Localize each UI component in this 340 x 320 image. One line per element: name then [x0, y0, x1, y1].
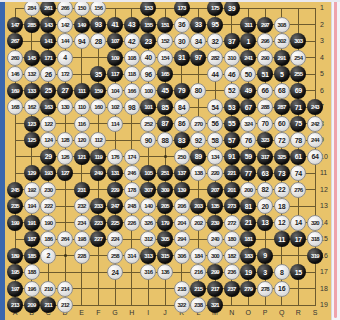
- black-stone-27: 27: [57, 83, 73, 99]
- scrollbar-thumb[interactable]: [334, 0, 337, 318]
- kifu-viewer-window: 12345678910111213141516171819ABCDEFGHIJK…: [0, 0, 340, 320]
- black-stone-225: 225: [107, 215, 123, 231]
- white-stone-126: 126: [57, 149, 73, 165]
- black-stone-31: 31: [174, 50, 190, 66]
- white-stone-22: 22: [274, 182, 290, 198]
- white-stone-232: 232: [74, 198, 90, 214]
- white-stone-104: 104: [107, 83, 123, 99]
- white-stone-322: 322: [174, 297, 190, 313]
- white-stone-42: 42: [124, 33, 140, 49]
- black-stone-125: 125: [24, 132, 40, 148]
- black-stone-11: 11: [274, 231, 290, 247]
- black-stone-101: 101: [140, 99, 156, 115]
- white-stone-134: 134: [207, 149, 223, 165]
- white-stone-88: 88: [157, 132, 173, 148]
- white-stone-34: 34: [190, 33, 206, 49]
- white-stone-218: 218: [174, 281, 190, 297]
- white-stone-176: 176: [107, 149, 123, 165]
- white-stone-290: 290: [257, 50, 273, 66]
- black-stone-137: 137: [174, 165, 190, 181]
- white-stone-258: 258: [107, 248, 123, 264]
- black-stone-147: 147: [7, 17, 23, 33]
- white-stone-54: 54: [207, 99, 223, 115]
- black-stone-57: 57: [224, 132, 240, 148]
- white-stone-246: 246: [124, 165, 140, 181]
- black-stone-45: 45: [157, 83, 173, 99]
- black-stone-141: 141: [40, 33, 56, 49]
- white-stone-112: 112: [90, 132, 106, 148]
- white-stone-154: 154: [157, 50, 173, 66]
- white-stone-18: 18: [274, 198, 290, 214]
- black-stone-13: 13: [257, 215, 273, 231]
- black-stone-297: 297: [257, 17, 273, 33]
- white-stone-178: 178: [124, 182, 140, 198]
- black-stone-83: 83: [174, 132, 190, 148]
- black-stone-3: 3: [257, 264, 273, 280]
- white-stone-194: 194: [24, 198, 40, 214]
- white-stone-168: 168: [7, 99, 23, 115]
- black-stone-39: 39: [224, 0, 240, 16]
- white-stone-64: 64: [307, 149, 323, 165]
- white-stone-300: 300: [207, 248, 223, 264]
- black-stone-261: 261: [40, 0, 56, 16]
- black-stone-33: 33: [190, 17, 206, 33]
- white-stone-240: 240: [207, 231, 223, 247]
- white-stone-4: 4: [57, 50, 73, 66]
- black-stone-119: 119: [90, 149, 106, 165]
- white-stone-162: 162: [24, 99, 40, 115]
- black-stone-183: 183: [240, 248, 256, 264]
- black-stone-307: 307: [140, 182, 156, 198]
- white-stone-226: 226: [124, 215, 140, 231]
- white-stone-244: 244: [307, 132, 323, 148]
- black-stone-205: 205: [157, 198, 173, 214]
- black-stone-69: 69: [290, 83, 306, 99]
- white-stone-94: 94: [74, 33, 90, 49]
- star-point: [64, 254, 67, 257]
- white-stone-124: 124: [40, 132, 56, 148]
- black-stone-121: 121: [74, 149, 90, 165]
- white-stone-30: 30: [174, 33, 190, 49]
- black-stone-15: 15: [290, 264, 306, 280]
- white-stone-180: 180: [224, 231, 240, 247]
- black-stone-153: 153: [140, 0, 156, 16]
- black-stone-77: 77: [240, 165, 256, 181]
- white-stone-152: 152: [157, 33, 173, 49]
- white-stone-314: 314: [124, 248, 140, 264]
- white-stone-318: 318: [307, 231, 323, 247]
- black-stone-133: 133: [24, 83, 40, 99]
- black-stone-247: 247: [107, 198, 123, 214]
- black-stone-17: 17: [290, 231, 306, 247]
- black-stone-299: 299: [207, 264, 223, 280]
- white-stone-250: 250: [174, 149, 190, 165]
- black-stone-193: 193: [40, 165, 56, 181]
- black-stone-117: 117: [107, 66, 123, 82]
- white-stone-190: 190: [40, 215, 56, 231]
- black-stone-323: 323: [257, 132, 273, 148]
- white-stone-184: 184: [190, 248, 206, 264]
- black-stone-63: 63: [257, 165, 273, 181]
- black-stone-165: 165: [157, 66, 173, 82]
- white-stone-270: 270: [190, 116, 206, 132]
- black-stone-105: 105: [140, 165, 156, 181]
- white-stone-12: 12: [274, 215, 290, 231]
- black-stone-107: 107: [107, 33, 123, 49]
- white-stone-132: 132: [24, 66, 40, 82]
- white-stone-110: 110: [74, 99, 90, 115]
- white-stone-288: 288: [257, 99, 273, 115]
- black-stone-245: 245: [7, 182, 23, 198]
- star-point: [164, 155, 167, 158]
- white-stone-144: 144: [57, 33, 73, 49]
- white-stone-86: 86: [174, 116, 190, 132]
- white-stone-230: 230: [40, 182, 56, 198]
- white-stone-50: 50: [240, 66, 256, 82]
- vertical-scrollbar[interactable]: [331, 0, 340, 320]
- white-stone-284: 284: [24, 0, 40, 16]
- go-board[interactable]: 12345678910111213141516171819ABCDEFGHIJK…: [0, 0, 332, 320]
- column-label: S: [309, 309, 321, 316]
- black-stone-91: 91: [224, 149, 240, 165]
- black-stone-71: 71: [290, 99, 306, 115]
- black-stone-195: 195: [7, 264, 23, 280]
- white-stone-140: 140: [140, 198, 156, 214]
- white-stone-302: 302: [274, 33, 290, 49]
- black-stone-59: 59: [240, 149, 256, 165]
- white-stone-60: 60: [274, 116, 290, 132]
- white-stone-72: 72: [274, 132, 290, 148]
- black-stone-79: 79: [174, 83, 190, 99]
- white-stone-44: 44: [207, 66, 223, 82]
- white-stone-92: 92: [190, 132, 206, 148]
- black-stone-279: 279: [240, 281, 256, 297]
- white-stone-204: 204: [174, 215, 190, 231]
- black-stone-185: 185: [24, 248, 40, 264]
- white-stone-182: 182: [224, 248, 240, 264]
- white-stone-326: 326: [140, 215, 156, 231]
- white-stone-102: 102: [107, 99, 123, 115]
- column-label: I: [142, 309, 154, 316]
- white-stone-114: 114: [107, 116, 123, 132]
- black-stone-221: 221: [224, 165, 240, 181]
- white-stone-266: 266: [57, 0, 73, 16]
- white-stone-128: 128: [57, 132, 73, 148]
- black-stone-197: 197: [7, 281, 23, 297]
- white-stone-160: 160: [90, 99, 106, 115]
- white-stone-264: 264: [57, 231, 73, 247]
- white-stone-242: 242: [307, 116, 323, 132]
- white-stone-254: 254: [290, 50, 306, 66]
- white-stone-252: 252: [140, 116, 156, 132]
- column-label: Q: [276, 309, 288, 316]
- white-stone-84: 84: [174, 99, 190, 115]
- black-stone-5: 5: [274, 66, 290, 82]
- white-stone-120: 120: [74, 132, 90, 148]
- black-stone-235: 235: [7, 198, 23, 214]
- column-label: H: [126, 309, 138, 316]
- white-stone-206: 206: [174, 198, 190, 214]
- black-stone-285: 285: [24, 17, 40, 33]
- black-stone-73: 73: [274, 165, 290, 181]
- black-stone-1: 1: [240, 33, 256, 49]
- black-stone-251: 251: [157, 165, 173, 181]
- white-stone-26: 26: [40, 66, 56, 82]
- white-stone-142: 142: [57, 17, 73, 33]
- black-stone-97: 97: [190, 50, 206, 66]
- black-stone-37: 37: [224, 33, 240, 49]
- white-stone-220: 220: [207, 165, 223, 181]
- white-stone-196: 196: [24, 281, 40, 297]
- black-stone-9: 9: [257, 248, 273, 264]
- white-stone-70: 70: [257, 116, 273, 132]
- white-stone-118: 118: [124, 66, 140, 82]
- white-stone-24: 24: [107, 264, 123, 280]
- column-label: O: [242, 309, 254, 316]
- white-stone-58: 58: [207, 132, 223, 148]
- white-stone-28: 28: [90, 33, 106, 49]
- white-stone-200: 200: [240, 182, 256, 198]
- white-stone-224: 224: [107, 231, 123, 247]
- black-stone-243: 243: [307, 99, 323, 115]
- black-stone-19: 19: [240, 264, 256, 280]
- white-stone-130: 130: [57, 99, 73, 115]
- black-stone-29: 29: [40, 149, 56, 165]
- black-stone-191: 191: [24, 215, 40, 231]
- white-stone-80: 80: [190, 83, 206, 99]
- black-stone-199: 199: [7, 215, 23, 231]
- white-stone-222: 222: [40, 198, 56, 214]
- white-stone-214: 214: [57, 281, 73, 297]
- black-stone-287: 287: [274, 99, 290, 115]
- black-stone-267: 267: [7, 33, 23, 49]
- white-stone-68: 68: [274, 83, 290, 99]
- black-stone-55: 55: [224, 116, 240, 132]
- black-stone-227: 227: [90, 231, 106, 247]
- white-stone-278: 278: [257, 281, 273, 297]
- white-stone-78: 78: [290, 132, 306, 148]
- white-stone-56: 56: [207, 116, 223, 132]
- black-stone-209: 209: [24, 297, 40, 313]
- white-stone-186: 186: [40, 231, 56, 247]
- white-stone-174: 174: [124, 149, 140, 165]
- black-stone-163: 163: [40, 99, 56, 115]
- black-stone-85: 85: [157, 99, 173, 115]
- black-stone-249: 249: [90, 165, 106, 181]
- black-stone-213: 213: [7, 297, 23, 313]
- black-stone-321: 321: [207, 297, 223, 313]
- black-stone-143: 143: [40, 17, 56, 33]
- black-stone-217: 217: [207, 281, 223, 297]
- black-stone-273: 273: [224, 198, 240, 214]
- white-stone-188: 188: [24, 264, 40, 280]
- white-stone-260: 260: [7, 50, 23, 66]
- black-stone-171: 171: [40, 50, 56, 66]
- white-stone-216: 216: [190, 264, 206, 280]
- white-stone-2: 2: [40, 248, 56, 264]
- black-stone-81: 81: [240, 198, 256, 214]
- white-stone-312: 312: [140, 231, 156, 247]
- black-stone-43: 43: [124, 17, 140, 33]
- black-stone-21: 21: [240, 215, 256, 231]
- black-stone-175: 175: [207, 0, 223, 16]
- black-stone-179: 179: [157, 215, 173, 231]
- white-stone-36: 36: [174, 17, 190, 33]
- black-stone-89: 89: [190, 149, 206, 165]
- black-stone-49: 49: [240, 83, 256, 99]
- black-stone-215: 215: [190, 281, 206, 297]
- white-stone-198: 198: [74, 231, 90, 247]
- black-stone-109: 109: [107, 50, 123, 66]
- white-stone-100: 100: [140, 83, 156, 99]
- white-stone-150: 150: [74, 0, 90, 16]
- black-stone-239: 239: [207, 215, 223, 231]
- white-stone-138: 138: [190, 165, 206, 181]
- black-stone-51: 51: [257, 66, 273, 82]
- black-stone-95: 95: [207, 17, 223, 33]
- black-stone-291: 291: [274, 50, 290, 66]
- black-stone-173: 173: [174, 0, 190, 16]
- white-stone-16: 16: [274, 281, 290, 297]
- column-label: J: [159, 309, 171, 316]
- column-label: E: [76, 309, 88, 316]
- black-stone-303: 303: [290, 33, 306, 49]
- window-top-edge: [0, 0, 340, 2]
- black-stone-41: 41: [107, 17, 123, 33]
- black-stone-127: 127: [57, 165, 73, 181]
- white-stone-8: 8: [274, 264, 290, 280]
- black-stone-231: 231: [74, 182, 90, 198]
- column-label: F: [92, 309, 104, 316]
- black-stone-123: 123: [24, 116, 40, 132]
- white-stone-236: 236: [224, 264, 240, 280]
- black-stone-111: 111: [74, 83, 90, 99]
- white-stone-98: 98: [124, 99, 140, 115]
- white-stone-40: 40: [140, 50, 156, 66]
- white-stone-320: 320: [307, 215, 323, 231]
- black-stone-255: 255: [290, 66, 306, 82]
- black-stone-67: 67: [240, 99, 256, 115]
- black-stone-139: 139: [174, 182, 190, 198]
- white-stone-146: 146: [7, 66, 23, 82]
- black-stone-155: 155: [140, 17, 156, 33]
- black-stone-305: 305: [157, 231, 173, 247]
- black-stone-315: 315: [157, 248, 173, 264]
- column-label: G: [109, 309, 121, 316]
- white-stone-296: 296: [257, 33, 273, 49]
- black-stone-135: 135: [207, 198, 223, 214]
- black-stone-149: 149: [74, 17, 90, 33]
- white-stone-116: 116: [74, 116, 90, 132]
- black-stone-189: 189: [7, 248, 23, 264]
- black-stone-233: 233: [90, 198, 106, 214]
- white-stone-32: 32: [207, 33, 223, 49]
- white-stone-228: 228: [74, 248, 90, 264]
- white-stone-52: 52: [224, 83, 240, 99]
- white-stone-306: 306: [174, 248, 190, 264]
- black-stone-53: 53: [224, 99, 240, 115]
- white-stone-108: 108: [124, 50, 140, 66]
- white-stone-74: 74: [290, 165, 306, 181]
- white-stone-82: 82: [257, 182, 273, 198]
- window-left-edge: [0, 0, 5, 320]
- white-stone-282: 282: [207, 50, 223, 66]
- white-stone-172: 172: [57, 66, 73, 82]
- white-stone-234: 234: [74, 215, 90, 231]
- black-stone-203: 203: [190, 198, 206, 214]
- black-stone-25: 25: [40, 83, 56, 99]
- white-stone-324: 324: [240, 116, 256, 132]
- white-stone-294: 294: [174, 231, 190, 247]
- white-stone-66: 66: [257, 83, 273, 99]
- white-stone-96: 96: [140, 66, 156, 82]
- white-stone-212: 212: [57, 297, 73, 313]
- white-stone-192: 192: [24, 182, 40, 198]
- white-stone-166: 166: [124, 83, 140, 99]
- black-stone-181: 181: [240, 231, 256, 247]
- white-stone-248: 248: [124, 198, 140, 214]
- white-stone-202: 202: [190, 215, 206, 231]
- black-stone-317: 317: [257, 149, 273, 165]
- white-stone-308: 308: [274, 17, 290, 33]
- black-stone-187: 187: [24, 231, 40, 247]
- black-stone-129: 129: [24, 165, 40, 181]
- black-stone-207: 207: [207, 182, 223, 198]
- black-stone-325: 325: [274, 149, 290, 165]
- white-stone-316: 316: [140, 264, 156, 280]
- black-stone-61: 61: [290, 149, 306, 165]
- black-stone-201: 201: [224, 182, 240, 198]
- column-label: N: [226, 309, 238, 316]
- black-stone-309: 309: [157, 182, 173, 198]
- black-stone-75: 75: [290, 116, 306, 132]
- black-stone-23: 23: [140, 33, 156, 49]
- white-stone-310: 310: [224, 50, 240, 66]
- black-stone-241: 241: [240, 50, 256, 66]
- black-stone-93: 93: [90, 17, 106, 33]
- black-stone-311: 311: [240, 17, 256, 33]
- white-stone-272: 272: [224, 215, 240, 231]
- white-stone-276: 276: [290, 182, 306, 198]
- white-stone-76: 76: [240, 132, 256, 148]
- black-stone-131: 131: [107, 165, 123, 181]
- black-stone-237: 237: [224, 281, 240, 297]
- white-stone-136: 136: [157, 264, 173, 280]
- black-stone-145: 145: [24, 50, 40, 66]
- column-label: P: [259, 309, 271, 316]
- white-stone-210: 210: [40, 281, 56, 297]
- black-stone-313: 313: [140, 248, 156, 264]
- white-stone-46: 46: [224, 66, 240, 82]
- black-stone-159: 159: [90, 83, 106, 99]
- black-stone-229: 229: [107, 182, 123, 198]
- black-stone-87: 87: [157, 116, 173, 132]
- black-stone-35: 35: [90, 66, 106, 82]
- white-stone-122: 122: [40, 116, 56, 132]
- black-stone-319: 319: [307, 248, 323, 264]
- white-stone-156: 156: [90, 0, 106, 16]
- white-stone-14: 14: [290, 215, 306, 231]
- black-stone-223: 223: [90, 215, 106, 231]
- black-stone-151: 151: [157, 17, 173, 33]
- column-label: R: [292, 309, 304, 316]
- black-stone-169: 169: [7, 83, 23, 99]
- white-stone-90: 90: [140, 132, 156, 148]
- white-stone-20: 20: [257, 198, 273, 214]
